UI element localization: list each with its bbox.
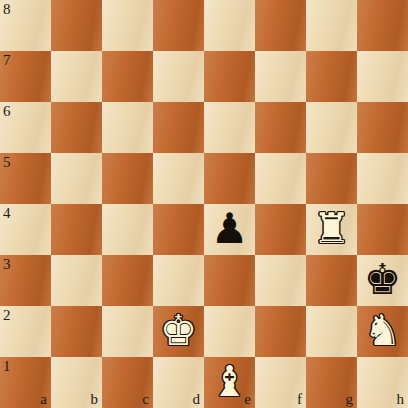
- square-c2[interactable]: [102, 306, 153, 357]
- square-b2[interactable]: [51, 306, 102, 357]
- file-label-g: g: [346, 392, 354, 407]
- square-f2[interactable]: [255, 306, 306, 357]
- square-a4[interactable]: 4: [0, 204, 51, 255]
- square-h8[interactable]: [357, 0, 408, 51]
- square-d8[interactable]: [153, 0, 204, 51]
- square-h7[interactable]: [357, 51, 408, 102]
- square-e5[interactable]: [204, 153, 255, 204]
- square-b4[interactable]: [51, 204, 102, 255]
- square-f1[interactable]: f: [255, 357, 306, 408]
- square-c7[interactable]: [102, 51, 153, 102]
- square-f3[interactable]: [255, 255, 306, 306]
- square-d1[interactable]: d: [153, 357, 204, 408]
- square-d7[interactable]: [153, 51, 204, 102]
- square-e2[interactable]: [204, 306, 255, 357]
- file-label-h: h: [397, 392, 405, 407]
- square-a2[interactable]: 2: [0, 306, 51, 357]
- black-king[interactable]: ♚: [357, 255, 408, 306]
- square-g3[interactable]: [306, 255, 357, 306]
- square-g5[interactable]: [306, 153, 357, 204]
- rank-label-8: 8: [3, 2, 11, 17]
- square-f8[interactable]: [255, 0, 306, 51]
- square-a1[interactable]: 1a: [0, 357, 51, 408]
- square-c8[interactable]: [102, 0, 153, 51]
- white-king[interactable]: ♚: [153, 306, 204, 357]
- square-d2[interactable]: ♚: [153, 306, 204, 357]
- square-g6[interactable]: [306, 102, 357, 153]
- square-c4[interactable]: [102, 204, 153, 255]
- square-b8[interactable]: [51, 0, 102, 51]
- square-h1[interactable]: h: [357, 357, 408, 408]
- square-a3[interactable]: 3: [0, 255, 51, 306]
- square-h5[interactable]: [357, 153, 408, 204]
- square-f7[interactable]: [255, 51, 306, 102]
- square-g7[interactable]: [306, 51, 357, 102]
- white-bishop[interactable]: ♝: [204, 357, 255, 408]
- rank-label-3: 3: [3, 257, 11, 272]
- square-f4[interactable]: [255, 204, 306, 255]
- square-e8[interactable]: [204, 0, 255, 51]
- file-label-a: a: [40, 392, 47, 407]
- square-e3[interactable]: [204, 255, 255, 306]
- square-d6[interactable]: [153, 102, 204, 153]
- square-h4[interactable]: [357, 204, 408, 255]
- square-a6[interactable]: 6: [0, 102, 51, 153]
- square-g4[interactable]: ♜: [306, 204, 357, 255]
- rank-label-1: 1: [3, 359, 11, 374]
- rank-label-4: 4: [3, 206, 11, 221]
- black-pawn[interactable]: ♟: [204, 204, 255, 255]
- rank-label-6: 6: [3, 104, 11, 119]
- file-label-c: c: [142, 392, 149, 407]
- rank-label-5: 5: [3, 155, 11, 170]
- square-c1[interactable]: c: [102, 357, 153, 408]
- rank-label-2: 2: [3, 308, 11, 323]
- white-knight[interactable]: ♞: [357, 306, 408, 357]
- square-d4[interactable]: [153, 204, 204, 255]
- square-g1[interactable]: g: [306, 357, 357, 408]
- square-e6[interactable]: [204, 102, 255, 153]
- square-e7[interactable]: [204, 51, 255, 102]
- square-d3[interactable]: [153, 255, 204, 306]
- rank-label-7: 7: [3, 53, 11, 68]
- square-a8[interactable]: 8: [0, 0, 51, 51]
- square-f5[interactable]: [255, 153, 306, 204]
- square-h2[interactable]: ♞: [357, 306, 408, 357]
- square-h6[interactable]: [357, 102, 408, 153]
- file-label-f: f: [297, 392, 302, 407]
- square-g8[interactable]: [306, 0, 357, 51]
- square-d5[interactable]: [153, 153, 204, 204]
- square-b1[interactable]: b: [51, 357, 102, 408]
- square-b5[interactable]: [51, 153, 102, 204]
- square-b3[interactable]: [51, 255, 102, 306]
- square-b7[interactable]: [51, 51, 102, 102]
- square-c6[interactable]: [102, 102, 153, 153]
- square-a7[interactable]: 7: [0, 51, 51, 102]
- square-a5[interactable]: 5: [0, 153, 51, 204]
- file-label-b: b: [91, 392, 99, 407]
- file-label-d: d: [193, 392, 201, 407]
- white-rook[interactable]: ♜: [306, 204, 357, 255]
- square-e4[interactable]: ♟: [204, 204, 255, 255]
- square-b6[interactable]: [51, 102, 102, 153]
- square-e1[interactable]: e♝: [204, 357, 255, 408]
- square-f6[interactable]: [255, 102, 306, 153]
- square-c5[interactable]: [102, 153, 153, 204]
- square-g2[interactable]: [306, 306, 357, 357]
- chess-board: 87654♟♜3♚2♚♞1abcde♝fgh: [0, 0, 408, 408]
- square-h3[interactable]: ♚: [357, 255, 408, 306]
- square-c3[interactable]: [102, 255, 153, 306]
